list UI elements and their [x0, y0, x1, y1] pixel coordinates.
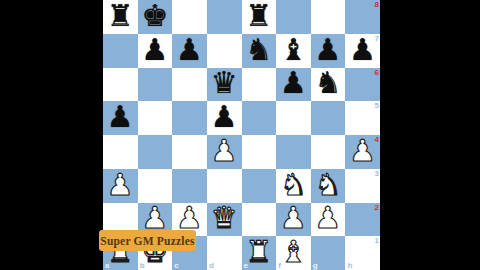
square-e7[interactable]: ♞	[242, 34, 277, 68]
square-g7[interactable]: ♟	[311, 34, 346, 68]
square-d1[interactable]: d	[207, 236, 242, 270]
square-c7[interactable]: ♟	[172, 34, 207, 68]
square-h1[interactable]: 1h	[345, 236, 380, 270]
square-f4[interactable]	[276, 135, 311, 169]
rank-label-1: 1	[375, 236, 379, 245]
square-c8[interactable]	[172, 0, 207, 34]
square-f8[interactable]	[276, 0, 311, 34]
square-e5[interactable]	[242, 101, 277, 135]
square-d3[interactable]	[207, 169, 242, 203]
black-pawn-c7: ♟	[176, 35, 203, 65]
square-f2[interactable]: ♟	[276, 203, 311, 237]
rank-label-7: 7	[375, 34, 379, 43]
square-e2[interactable]	[242, 203, 277, 237]
rank-label-3: 3	[375, 169, 379, 178]
black-pawn-d5: ♟	[211, 102, 238, 132]
file-label-h: h	[347, 261, 352, 270]
square-h2[interactable]: 2	[345, 203, 380, 237]
square-g2[interactable]: ♟	[311, 203, 346, 237]
white-queen-d2: ♛	[211, 203, 238, 233]
square-c3[interactable]	[172, 169, 207, 203]
square-e3[interactable]	[242, 169, 277, 203]
square-d6[interactable]: ♛	[207, 68, 242, 102]
black-king-b8: ♚	[141, 1, 168, 31]
square-g1[interactable]: g	[311, 236, 346, 270]
square-h7[interactable]: ♟7	[345, 34, 380, 68]
white-pawn-d4: ♟	[211, 136, 238, 166]
square-b7[interactable]: ♟	[138, 34, 173, 68]
file-label-d: d	[209, 261, 214, 270]
black-rook-a8: ♜	[107, 1, 134, 31]
white-pawn-g2: ♟	[315, 203, 342, 233]
rank-label-5: 5	[375, 101, 379, 110]
square-d2[interactable]: ♛	[207, 203, 242, 237]
white-pawn-h4: ♟	[349, 136, 376, 166]
black-pawn-a5: ♟	[107, 102, 134, 132]
square-h3[interactable]: 3	[345, 169, 380, 203]
square-e1[interactable]: ♜e	[242, 236, 277, 270]
square-a3[interactable]: ♟	[103, 169, 138, 203]
white-knight-g3: ♞	[315, 170, 342, 200]
file-label-c: c	[174, 261, 178, 270]
black-pawn-b7: ♟	[141, 35, 168, 65]
square-h8[interactable]: 8	[345, 0, 380, 34]
black-bishop-f7: ♝	[280, 35, 307, 65]
video-frame: ♜♚♜8♟♟♞♝♟♟7♛♟♞6♟♟5♟♟4♟♞♞3♟♟♛♟♟2♜a♚bcd♜e♝…	[0, 0, 480, 270]
square-f3[interactable]: ♞	[276, 169, 311, 203]
file-label-f: f	[278, 261, 281, 270]
square-c6[interactable]	[172, 68, 207, 102]
square-f7[interactable]: ♝	[276, 34, 311, 68]
channel-banner: Super GM Puzzles	[99, 230, 196, 251]
white-pawn-f2: ♟	[280, 203, 307, 233]
white-pawn-a3: ♟	[107, 170, 134, 200]
square-b4[interactable]	[138, 135, 173, 169]
black-queen-d6: ♛	[211, 68, 238, 98]
square-c4[interactable]	[172, 135, 207, 169]
square-b3[interactable]	[138, 169, 173, 203]
white-pawn-b2: ♟	[141, 203, 168, 233]
rank-label-8: 8	[375, 0, 379, 9]
square-a5[interactable]: ♟	[103, 101, 138, 135]
square-a4[interactable]	[103, 135, 138, 169]
square-a6[interactable]	[103, 68, 138, 102]
white-knight-f3: ♞	[280, 170, 307, 200]
white-pawn-c2: ♟	[176, 203, 203, 233]
black-pawn-g7: ♟	[315, 35, 342, 65]
square-a8[interactable]: ♜	[103, 0, 138, 34]
square-f1[interactable]: ♝f	[276, 236, 311, 270]
square-a7[interactable]	[103, 34, 138, 68]
square-h6[interactable]: 6	[345, 68, 380, 102]
rank-label-4: 4	[375, 135, 379, 144]
square-f6[interactable]: ♟	[276, 68, 311, 102]
file-label-e: e	[244, 261, 248, 270]
white-rook-e1: ♜	[245, 237, 272, 267]
channel-banner-label: Super GM Puzzles	[100, 235, 194, 247]
square-g6[interactable]: ♞	[311, 68, 346, 102]
square-d8[interactable]	[207, 0, 242, 34]
square-b8[interactable]: ♚	[138, 0, 173, 34]
square-f5[interactable]	[276, 101, 311, 135]
square-d5[interactable]: ♟	[207, 101, 242, 135]
file-label-a: a	[105, 261, 109, 270]
square-g3[interactable]: ♞	[311, 169, 346, 203]
black-knight-e7: ♞	[245, 35, 272, 65]
square-b6[interactable]	[138, 68, 173, 102]
file-label-b: b	[140, 261, 145, 270]
square-b5[interactable]	[138, 101, 173, 135]
rank-label-2: 2	[375, 203, 379, 212]
square-e4[interactable]	[242, 135, 277, 169]
white-bishop-f1: ♝	[280, 237, 307, 267]
square-h4[interactable]: ♟4	[345, 135, 380, 169]
black-knight-g6: ♞	[315, 68, 342, 98]
square-g4[interactable]	[311, 135, 346, 169]
square-e8[interactable]: ♜	[242, 0, 277, 34]
black-pawn-f6: ♟	[280, 68, 307, 98]
black-rook-e8: ♜	[245, 1, 272, 31]
file-label-g: g	[313, 261, 318, 270]
square-g8[interactable]	[311, 0, 346, 34]
rank-label-6: 6	[375, 68, 379, 77]
square-h5[interactable]: 5	[345, 101, 380, 135]
black-pawn-h7: ♟	[349, 35, 376, 65]
square-c5[interactable]	[172, 101, 207, 135]
square-d7[interactable]	[207, 34, 242, 68]
square-d4[interactable]: ♟	[207, 135, 242, 169]
square-g5[interactable]	[311, 101, 346, 135]
square-e6[interactable]	[242, 68, 277, 102]
